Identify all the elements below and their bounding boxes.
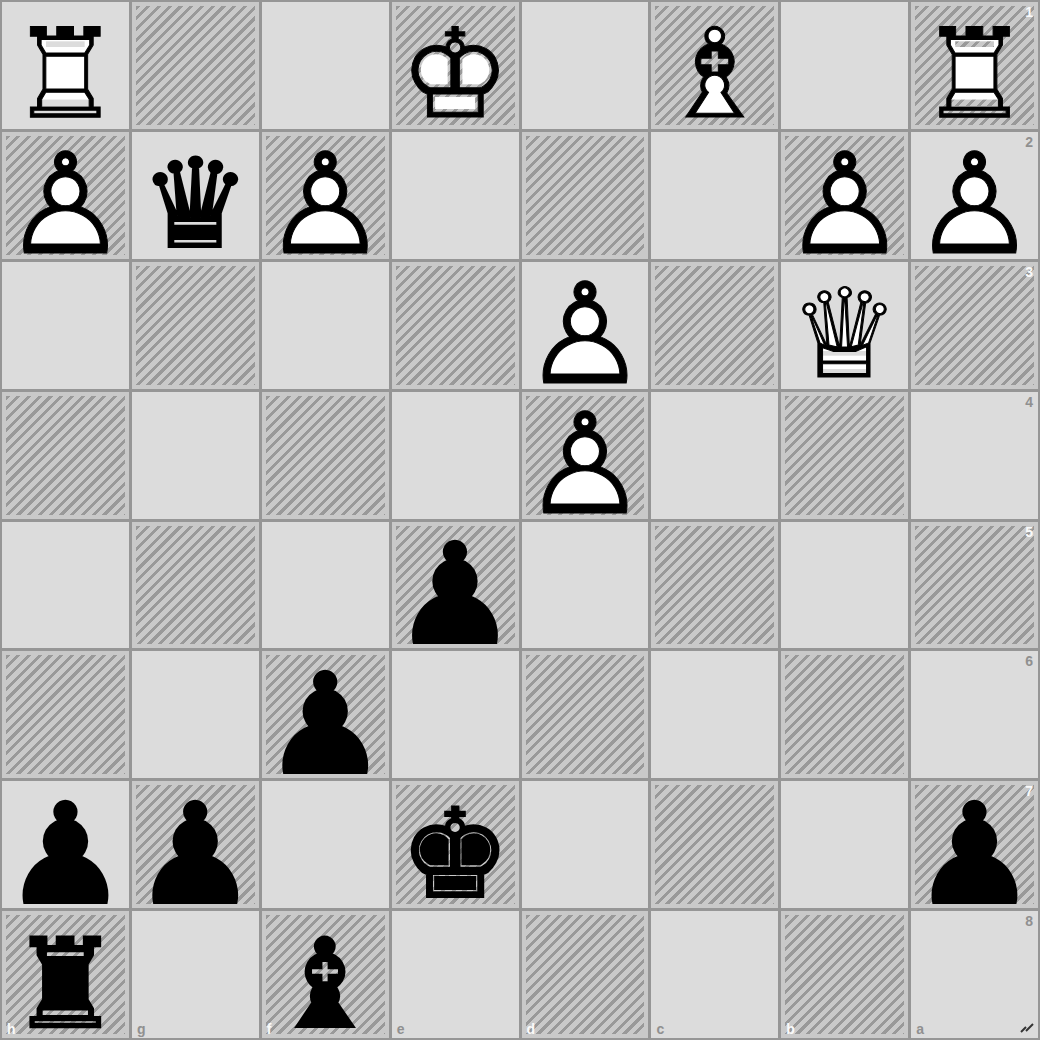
- square-g6[interactable]: [132, 651, 259, 778]
- square-a6[interactable]: 6: [911, 651, 1038, 778]
- square-e3[interactable]: [392, 262, 519, 389]
- white-pawn: ♟♙: [522, 265, 648, 389]
- white-rook: ♜♖: [919, 12, 1030, 129]
- square-f5[interactable]: [262, 522, 389, 649]
- square-c6[interactable]: [651, 651, 778, 778]
- square-e4[interactable]: [392, 392, 519, 519]
- dark-square-hatch-pattern: [6, 655, 125, 774]
- black-king: ♚: [399, 791, 510, 908]
- piece-outline: ♗: [659, 12, 770, 129]
- square-e8[interactable]: e: [392, 911, 519, 1038]
- piece-outline: ♙: [262, 135, 388, 259]
- square-d8[interactable]: d: [522, 911, 649, 1038]
- dark-square-hatch-pattern: [6, 396, 125, 515]
- dark-square-hatch-pattern: [396, 266, 515, 385]
- dark-square-hatch-pattern: [785, 396, 904, 515]
- square-b5[interactable]: [781, 522, 908, 649]
- black-pawn: ♟: [262, 655, 388, 779]
- square-a8[interactable]: 8a: [911, 911, 1038, 1038]
- piece-outline: ♔: [399, 12, 510, 129]
- file-label-b: b: [786, 1022, 795, 1036]
- square-b2[interactable]: ♟♙: [781, 132, 908, 259]
- square-a3[interactable]: 3: [911, 262, 1038, 389]
- square-g7[interactable]: ♟: [132, 781, 259, 908]
- square-g8[interactable]: g: [132, 911, 259, 1038]
- square-f6[interactable]: ♟: [262, 651, 389, 778]
- dark-square-hatch-pattern: [655, 785, 774, 904]
- dark-square-hatch-pattern: [136, 266, 255, 385]
- square-c4[interactable]: [651, 392, 778, 519]
- piece-outline: ♙: [3, 135, 129, 259]
- square-b7[interactable]: [781, 781, 908, 908]
- dark-square-hatch-pattern: [526, 915, 645, 1034]
- black-bishop: ♝: [270, 921, 381, 1038]
- square-f2[interactable]: ♟♙: [262, 132, 389, 259]
- black-rook: ♜: [10, 921, 121, 1038]
- square-f7[interactable]: [262, 781, 389, 908]
- white-rook: ♜♖: [10, 12, 121, 129]
- black-pawn: ♟: [133, 784, 259, 908]
- square-h5[interactable]: [2, 522, 129, 649]
- square-f1[interactable]: [262, 2, 389, 129]
- square-e1[interactable]: ♚♔: [392, 2, 519, 129]
- rank-label-4: 4: [1025, 395, 1033, 409]
- square-g1[interactable]: [132, 2, 259, 129]
- dark-square-hatch-pattern: [526, 136, 645, 255]
- square-b3[interactable]: ♛♕: [781, 262, 908, 389]
- square-g3[interactable]: [132, 262, 259, 389]
- file-label-a: a: [916, 1022, 924, 1036]
- white-pawn: ♟♙: [912, 135, 1038, 259]
- square-c8[interactable]: c: [651, 911, 778, 1038]
- square-e7[interactable]: ♚: [392, 781, 519, 908]
- dark-square-hatch-pattern: [136, 526, 255, 645]
- square-g2[interactable]: ♛: [132, 132, 259, 259]
- square-b1[interactable]: [781, 2, 908, 129]
- white-bishop: ♝♗: [659, 12, 770, 129]
- square-d5[interactable]: [522, 522, 649, 649]
- square-d4[interactable]: ♟♙: [522, 392, 649, 519]
- square-e6[interactable]: [392, 651, 519, 778]
- square-g5[interactable]: [132, 522, 259, 649]
- piece-outline: ♙: [522, 265, 648, 389]
- square-d1[interactable]: [522, 2, 649, 129]
- square-c5[interactable]: [651, 522, 778, 649]
- rank-label-6: 6: [1025, 654, 1033, 668]
- piece-outline: ♕: [789, 272, 900, 389]
- chess-board: ♜♖♚♔♝♗♜♖1♟♙♛♟♙♟♙♟♙2♟♙♛♕3♟♙4♟5♟6♟♟♚♟7♜hg♝…: [0, 0, 1040, 1040]
- dark-square-hatch-pattern: [655, 526, 774, 645]
- square-d7[interactable]: [522, 781, 649, 908]
- square-e5[interactable]: ♟: [392, 522, 519, 649]
- square-h2[interactable]: ♟♙: [2, 132, 129, 259]
- black-pawn: ♟: [392, 525, 518, 649]
- piece-outline: ♖: [919, 12, 1030, 129]
- piece-outline: ♙: [522, 395, 648, 519]
- white-pawn: ♟♙: [782, 135, 908, 259]
- square-a7[interactable]: ♟7: [911, 781, 1038, 908]
- rank-label-5: 5: [1025, 525, 1033, 539]
- square-h1[interactable]: ♜♖: [2, 2, 129, 129]
- square-b4[interactable]: [781, 392, 908, 519]
- square-a1[interactable]: ♜♖1: [911, 2, 1038, 129]
- square-h6[interactable]: [2, 651, 129, 778]
- square-c2[interactable]: [651, 132, 778, 259]
- black-pawn: ♟: [912, 784, 1038, 908]
- dark-square-hatch-pattern: [526, 655, 645, 774]
- square-g4[interactable]: [132, 392, 259, 519]
- white-pawn: ♟♙: [522, 395, 648, 519]
- square-d6[interactable]: [522, 651, 649, 778]
- square-c1[interactable]: ♝♗: [651, 2, 778, 129]
- square-e2[interactable]: [392, 132, 519, 259]
- square-d2[interactable]: [522, 132, 649, 259]
- black-pawn: ♟: [3, 784, 129, 908]
- square-h7[interactable]: ♟: [2, 781, 129, 908]
- square-a5[interactable]: 5: [911, 522, 1038, 649]
- square-b8[interactable]: b: [781, 911, 908, 1038]
- black-queen: ♛: [140, 142, 251, 259]
- square-h8[interactable]: ♜h: [2, 911, 129, 1038]
- square-c7[interactable]: [651, 781, 778, 908]
- file-label-g: g: [137, 1022, 146, 1036]
- white-king: ♚♔: [399, 12, 510, 129]
- dark-square-hatch-pattern: [785, 655, 904, 774]
- white-queen: ♛♕: [789, 272, 900, 389]
- rank-label-8: 8: [1025, 914, 1033, 928]
- corner-slash-mark-icon: [1018, 1017, 1036, 1035]
- square-h3[interactable]: [2, 262, 129, 389]
- dark-square-hatch-pattern: [655, 266, 774, 385]
- rank-label-3: 3: [1025, 265, 1033, 279]
- file-label-e: e: [397, 1022, 405, 1036]
- square-f4[interactable]: [262, 392, 389, 519]
- file-label-d: d: [527, 1022, 536, 1036]
- piece-outline: ♙: [912, 135, 1038, 259]
- dark-square-hatch-pattern: [266, 396, 385, 515]
- dark-square-hatch-pattern: [785, 915, 904, 1034]
- white-pawn: ♟♙: [262, 135, 388, 259]
- file-label-c: c: [656, 1022, 664, 1036]
- dark-square-hatch-pattern: [915, 526, 1034, 645]
- white-pawn: ♟♙: [3, 135, 129, 259]
- piece-outline: ♙: [782, 135, 908, 259]
- square-h4[interactable]: [2, 392, 129, 519]
- piece-outline: ♖: [10, 12, 121, 129]
- square-a2[interactable]: ♟♙2: [911, 132, 1038, 259]
- dark-square-hatch-pattern: [136, 6, 255, 125]
- square-d3[interactable]: ♟♙: [522, 262, 649, 389]
- dark-square-hatch-pattern: [915, 266, 1034, 385]
- square-a4[interactable]: 4: [911, 392, 1038, 519]
- square-c3[interactable]: [651, 262, 778, 389]
- square-b6[interactable]: [781, 651, 908, 778]
- square-f8[interactable]: ♝f: [262, 911, 389, 1038]
- square-f3[interactable]: [262, 262, 389, 389]
